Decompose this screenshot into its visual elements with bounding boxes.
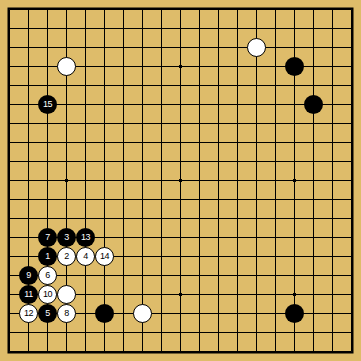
go-stone-white-D3[interactable]: 8 bbox=[57, 304, 76, 323]
go-stone-black-Q3[interactable] bbox=[285, 304, 304, 323]
go-stone-black-C14[interactable]: 15 bbox=[38, 95, 57, 114]
go-stone-white-C4[interactable]: 10 bbox=[38, 285, 57, 304]
go-stone-white-B3[interactable]: 12 bbox=[19, 304, 38, 323]
go-stone-white-D16[interactable] bbox=[57, 57, 76, 76]
go-stone-black-R14[interactable] bbox=[304, 95, 323, 114]
go-stone-black-E7[interactable]: 13 bbox=[76, 228, 95, 247]
go-stone-black-B5[interactable]: 9 bbox=[19, 266, 38, 285]
go-stone-white-H3[interactable] bbox=[133, 304, 152, 323]
stones-layer: 123456789101112131415 bbox=[0, 0, 361, 361]
go-stone-black-C7[interactable]: 7 bbox=[38, 228, 57, 247]
go-stone-white-O17[interactable] bbox=[247, 38, 266, 57]
go-stone-white-E6[interactable]: 4 bbox=[76, 247, 95, 266]
go-stone-white-C5[interactable]: 6 bbox=[38, 266, 57, 285]
go-stone-black-B4[interactable]: 11 bbox=[19, 285, 38, 304]
go-stone-black-C6[interactable]: 1 bbox=[38, 247, 57, 266]
go-stone-white-D6[interactable]: 2 bbox=[57, 247, 76, 266]
go-stone-black-F3[interactable] bbox=[95, 304, 114, 323]
go-stone-black-C3[interactable]: 5 bbox=[38, 304, 57, 323]
go-stone-black-D7[interactable]: 3 bbox=[57, 228, 76, 247]
go-stone-white-F6[interactable]: 14 bbox=[95, 247, 114, 266]
go-stone-black-Q16[interactable] bbox=[285, 57, 304, 76]
go-board[interactable]: 123456789101112131415 bbox=[0, 0, 361, 361]
go-stone-white-D4[interactable] bbox=[57, 285, 76, 304]
